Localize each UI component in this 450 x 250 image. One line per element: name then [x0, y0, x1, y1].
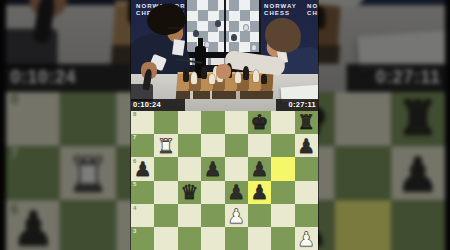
- demo-piece-icon: [215, 20, 221, 27]
- piece-black-pawn-e5: ♟: [225, 181, 248, 204]
- square-g3: [271, 227, 294, 250]
- square-a6: 6♟: [5, 201, 60, 250]
- square-c4: [178, 204, 201, 227]
- square-d8: [201, 111, 224, 134]
- foreground-video-slot: NORWAY CHESS NORWAY CHESS NORWAY CHESS N…: [131, 0, 318, 250]
- square-a5: 5: [131, 181, 154, 204]
- square-b4: [154, 204, 177, 227]
- rank-label-7: 7: [133, 134, 136, 140]
- square-f7: [248, 134, 271, 157]
- square-a4: 4: [131, 204, 154, 227]
- square-h7: ♟: [390, 146, 445, 201]
- square-g6: [335, 201, 390, 250]
- players-photo: NORWAY CHESS NORWAY CHESS NORWAY CHESS N…: [131, 0, 318, 111]
- square-b5: [154, 181, 177, 204]
- piece-black-king-f8: ♚: [248, 111, 271, 134]
- square-h5: [295, 181, 318, 204]
- square-c3: [178, 227, 201, 250]
- square-g7: [335, 146, 390, 201]
- physical-piece-icon: [253, 70, 259, 82]
- demo-piece-icon: [193, 30, 199, 37]
- piece-black-pawn-d6: ♟: [201, 157, 224, 180]
- piece-black-pawn-f5: ♟: [248, 181, 271, 204]
- square-b7: ♜: [154, 134, 177, 157]
- square-e6: [225, 157, 248, 180]
- rank-label-8: 8: [133, 111, 136, 117]
- left-player-clock: 0:10:24: [131, 99, 185, 111]
- rank-label-8: 8: [10, 92, 18, 106]
- square-g6: [271, 157, 294, 180]
- piece-black-rook-h8: ♜: [390, 91, 445, 146]
- square-a3: 3: [131, 227, 154, 250]
- piece-white-pawn-h3: ♟: [295, 227, 318, 250]
- piece-black-pawn-h7: ♟: [390, 146, 445, 201]
- piece-white-rook-b7: ♜: [60, 146, 115, 201]
- square-g5: [271, 181, 294, 204]
- square-h4: [295, 204, 318, 227]
- piece-black-pawn-a6: ♟: [5, 201, 60, 250]
- square-d6: ♟: [201, 157, 224, 180]
- right-player-hand: [216, 64, 231, 79]
- video-frame[interactable]: NORWAY CHESS NORWAY CHESS NORWAY CHESS N…: [131, 0, 318, 250]
- piece-black-pawn-f6: ♟: [248, 157, 271, 180]
- physical-piece-icon: [243, 66, 249, 80]
- piece-white-rook-b7: ♜: [154, 134, 177, 157]
- banner-line1: NORWAY: [307, 3, 318, 10]
- square-f6: ♟: [248, 157, 271, 180]
- physical-piece-icon: [209, 74, 215, 84]
- banner-line2: CHESS: [307, 10, 318, 17]
- square-d4: [201, 204, 224, 227]
- physical-piece-icon: [261, 74, 267, 84]
- left-player-glasses: [168, 27, 182, 29]
- rank-label-3: 3: [133, 228, 136, 234]
- piece-black-queen-c5: ♛: [178, 181, 201, 204]
- norway-chess-banner: NORWAY CHESS: [264, 3, 297, 17]
- square-c6: [178, 157, 201, 180]
- square-b3: [154, 227, 177, 250]
- square-c7: [178, 134, 201, 157]
- square-h7: ♟: [295, 134, 318, 157]
- square-g4: [271, 204, 294, 227]
- banner-line1: NORWAY: [264, 3, 297, 10]
- square-b6: [60, 201, 115, 250]
- square-g7: [271, 134, 294, 157]
- square-b8: [60, 91, 115, 146]
- left-player-clock: 0:10:24: [5, 64, 132, 91]
- demo-piece-icon: [231, 34, 237, 41]
- square-c8: [178, 111, 201, 134]
- square-h6: [390, 201, 445, 250]
- square-a7: 7: [5, 146, 60, 201]
- physical-piece-icon: [191, 72, 197, 84]
- square-f8: ♚: [248, 111, 271, 134]
- square-e3: [225, 227, 248, 250]
- piece-black-pawn-h7: ♟: [295, 134, 318, 157]
- physical-piece-icon: [235, 72, 241, 83]
- square-h8: ♜: [295, 111, 318, 134]
- square-g8: [335, 91, 390, 146]
- square-a6: 6♟: [131, 157, 154, 180]
- square-h8: ♜: [390, 91, 445, 146]
- square-f3: [248, 227, 271, 250]
- piece-black-rook-h8: ♜: [295, 111, 318, 134]
- square-h3: ♟: [295, 227, 318, 250]
- square-a8: 8: [131, 111, 154, 134]
- square-f5: ♟: [248, 181, 271, 204]
- rank-label-5: 5: [133, 181, 136, 187]
- screen-bezel-divider: [224, 0, 226, 56]
- rank-label-7: 7: [10, 147, 18, 161]
- banner-line2: CHESS: [264, 10, 297, 17]
- square-a8: 8: [5, 91, 60, 146]
- piece-white-pawn-e4: ♟: [225, 204, 248, 227]
- square-c5: ♛: [178, 181, 201, 204]
- physical-piece-icon: [201, 66, 207, 79]
- square-f4: [248, 204, 271, 227]
- square-b8: [154, 111, 177, 134]
- square-e8: [225, 111, 248, 134]
- square-e7: [225, 134, 248, 157]
- rank-label-4: 4: [133, 205, 136, 211]
- square-g8: [271, 111, 294, 134]
- square-d3: [201, 227, 224, 250]
- wooden-chessboard-edge: [176, 91, 274, 99]
- square-a7: 7: [131, 134, 154, 157]
- piece-black-pawn-a6: ♟: [131, 157, 154, 180]
- right-player-clock: 0:27:11: [346, 64, 445, 91]
- chess-board: 8♚♜7♜♟6♟♟♟5♛♟♟4♟3♟: [131, 111, 318, 250]
- right-player-clock: 0:27:11: [276, 99, 318, 111]
- square-d5: [201, 181, 224, 204]
- square-d7: [201, 134, 224, 157]
- square-e4: ♟: [225, 204, 248, 227]
- square-e5: ♟: [225, 181, 248, 204]
- video-stage: NORWAY CHESS NORWAY CHESS NORWAY CHESS N…: [0, 0, 450, 250]
- square-b7: ♜: [60, 146, 115, 201]
- left-player-shirt: [172, 39, 185, 55]
- demo-piece-icon: [243, 24, 249, 31]
- physical-piece-icon: [183, 68, 189, 82]
- demo-piece-icon: [251, 44, 257, 51]
- square-b6: [154, 157, 177, 180]
- norway-chess-banner: NORWAY CHESS: [307, 3, 318, 17]
- square-h6: [295, 157, 318, 180]
